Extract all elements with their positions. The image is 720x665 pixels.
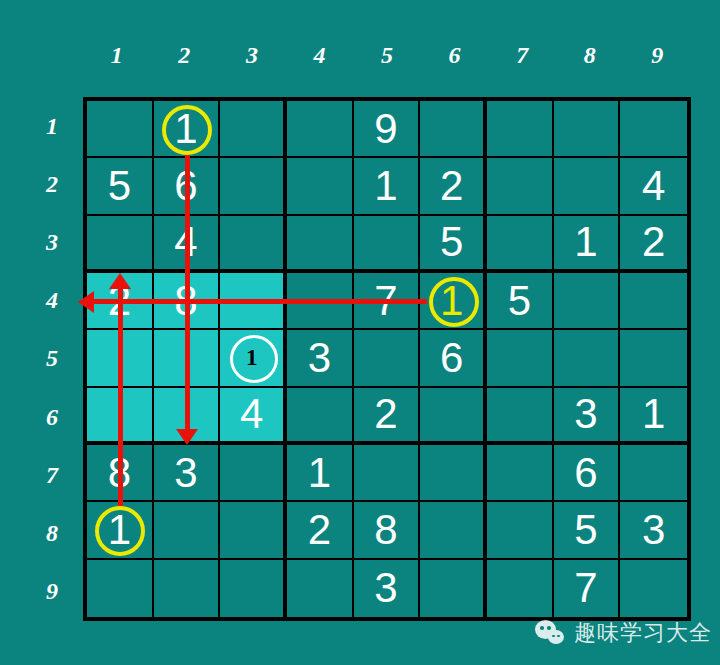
row-label-1: 1 (34, 97, 70, 155)
cell-r3c7[interactable] (487, 216, 554, 273)
cell-r6c5[interactable]: 2 (354, 388, 421, 445)
arrow-line-column-1-scan (118, 288, 123, 506)
cell-r5c5[interactable] (354, 330, 421, 387)
watermark-text: 趣味学习大全 (574, 618, 712, 648)
col-label-7: 7 (488, 42, 556, 80)
cell-r9c3[interactable] (220, 560, 287, 617)
cell-r1c9[interactable] (620, 101, 687, 158)
cell-r5c7[interactable] (487, 330, 554, 387)
cell-r6c6[interactable] (420, 388, 487, 445)
circle-annotation-r5c3 (230, 335, 278, 383)
cell-r7c3[interactable] (220, 445, 287, 502)
row-label-4: 4 (34, 272, 70, 330)
circle-annotation-r1c2 (162, 105, 212, 155)
cell-r7c9[interactable] (620, 445, 687, 502)
cell-r8c2[interactable] (154, 502, 221, 559)
row-label-7: 7 (34, 446, 70, 504)
cell-r1c7[interactable] (487, 101, 554, 158)
col-label-5: 5 (353, 42, 421, 80)
cell-r4c7[interactable]: 5 (487, 273, 554, 330)
cell-r5c4[interactable]: 3 (287, 330, 354, 387)
cell-r8c6[interactable] (420, 502, 487, 559)
cell-r4c9[interactable] (620, 273, 687, 330)
cell-r9c7[interactable] (487, 560, 554, 617)
cell-r2c4[interactable] (287, 158, 354, 215)
col-label-3: 3 (218, 42, 286, 80)
cell-r2c3[interactable] (220, 158, 287, 215)
cell-r9c2[interactable] (154, 560, 221, 617)
cell-r9c6[interactable] (420, 560, 487, 617)
cell-r2c9[interactable]: 4 (620, 158, 687, 215)
cell-r1c1[interactable] (87, 101, 154, 158)
col-label-4: 4 (286, 42, 354, 80)
col-label-6: 6 (421, 42, 489, 80)
cell-r2c5[interactable]: 1 (354, 158, 421, 215)
arrow-line-column-2-scan (185, 155, 190, 430)
cell-r3c3[interactable] (220, 216, 287, 273)
cell-r5c9[interactable] (620, 330, 687, 387)
cell-r2c6[interactable]: 2 (420, 158, 487, 215)
cell-r6c4[interactable] (287, 388, 354, 445)
sudoku-board: 1956124451228715136423183161285337 (83, 97, 691, 621)
cell-r6c3[interactable]: 4 (220, 388, 287, 445)
row-label-2: 2 (34, 155, 70, 213)
row-label-3: 3 (34, 213, 70, 271)
cell-r9c9[interactable] (620, 560, 687, 617)
row-label-5: 5 (34, 330, 70, 388)
cell-r3c6[interactable]: 5 (420, 216, 487, 273)
cell-r2c1[interactable]: 5 (87, 158, 154, 215)
cell-r8c7[interactable] (487, 502, 554, 559)
cell-r3c5[interactable] (354, 216, 421, 273)
arrow-line-row-4-scan (93, 299, 427, 304)
cell-r1c5[interactable]: 9 (354, 101, 421, 158)
cell-r6c8[interactable]: 3 (554, 388, 621, 445)
cell-r4c8[interactable] (554, 273, 621, 330)
cell-r5c8[interactable] (554, 330, 621, 387)
cell-r3c8[interactable]: 1 (554, 216, 621, 273)
cell-r7c2[interactable]: 3 (154, 445, 221, 502)
cell-r1c8[interactable] (554, 101, 621, 158)
cell-r7c6[interactable] (420, 445, 487, 502)
arrow-head-column-1-scan (109, 273, 131, 289)
cell-r7c7[interactable] (487, 445, 554, 502)
circle-annotation-r8c1 (95, 506, 145, 556)
row-labels: 123456789 (34, 97, 70, 621)
cell-r8c8[interactable]: 5 (554, 502, 621, 559)
sudoku-tutorial-stage: 123456789 123456789 19561244512287151364… (0, 0, 720, 665)
cell-r8c3[interactable] (220, 502, 287, 559)
row-label-6: 6 (34, 388, 70, 446)
cell-r3c9[interactable]: 2 (620, 216, 687, 273)
arrow-head-column-2-scan (176, 429, 198, 445)
cell-r9c8[interactable]: 7 (554, 560, 621, 617)
col-label-1: 1 (83, 42, 151, 80)
cell-r8c4[interactable]: 2 (287, 502, 354, 559)
cell-r8c5[interactable]: 8 (354, 502, 421, 559)
cell-r5c6[interactable]: 6 (420, 330, 487, 387)
cell-r7c5[interactable] (354, 445, 421, 502)
cell-r1c4[interactable] (287, 101, 354, 158)
cell-r6c7[interactable] (487, 388, 554, 445)
cell-r7c4[interactable]: 1 (287, 445, 354, 502)
cell-r3c1[interactable] (87, 216, 154, 273)
cell-r2c8[interactable] (554, 158, 621, 215)
wechat-icon (535, 619, 567, 647)
cell-r8c9[interactable]: 3 (620, 502, 687, 559)
cell-r9c1[interactable] (87, 560, 154, 617)
row-label-9: 9 (34, 563, 70, 621)
col-label-2: 2 (151, 42, 219, 80)
circle-annotation-r4c6 (429, 277, 479, 327)
cell-r6c9[interactable]: 1 (620, 388, 687, 445)
cell-r1c3[interactable] (220, 101, 287, 158)
column-labels: 123456789 (83, 42, 691, 80)
cell-r7c8[interactable]: 6 (554, 445, 621, 502)
watermark: 趣味学习大全 (535, 616, 712, 650)
cell-r2c7[interactable] (487, 158, 554, 215)
col-label-9: 9 (624, 42, 692, 80)
arrow-head-row-4-scan (78, 291, 94, 313)
col-label-8: 8 (556, 42, 624, 80)
row-label-8: 8 (34, 505, 70, 563)
cell-r9c5[interactable]: 3 (354, 560, 421, 617)
cell-r9c4[interactable] (287, 560, 354, 617)
cell-r3c4[interactable] (287, 216, 354, 273)
cell-r1c6[interactable] (420, 101, 487, 158)
